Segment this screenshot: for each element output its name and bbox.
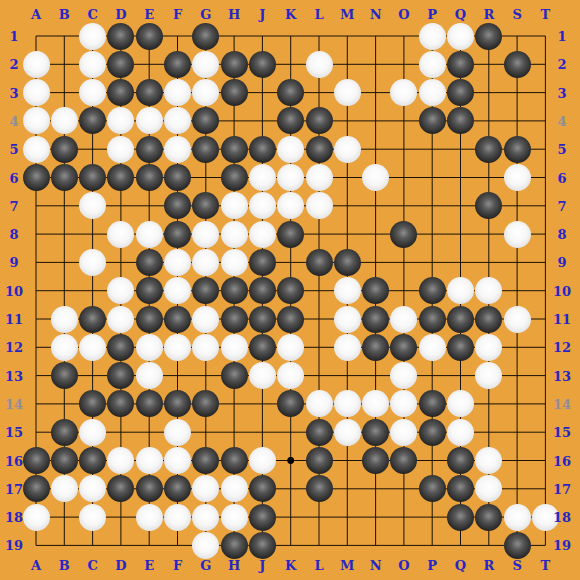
white-stone[interactable]	[51, 107, 78, 134]
white-stone[interactable]	[79, 504, 106, 531]
black-stone[interactable]	[136, 136, 163, 163]
white-stone[interactable]	[390, 306, 417, 333]
white-stone[interactable]	[164, 136, 191, 163]
column-label-bottom: M	[340, 559, 354, 572]
white-stone[interactable]	[164, 419, 191, 446]
black-stone[interactable]	[362, 419, 389, 446]
column-label-bottom: J	[259, 559, 265, 572]
row-label-left: 12	[5, 341, 23, 354]
black-stone[interactable]	[192, 23, 219, 50]
column-label-bottom: C	[87, 559, 97, 572]
black-stone[interactable]	[221, 277, 248, 304]
column-label-top: S	[512, 8, 521, 21]
white-stone[interactable]	[23, 107, 50, 134]
row-label-right: 8	[557, 228, 566, 241]
black-stone[interactable]	[306, 136, 333, 163]
black-stone[interactable]	[221, 51, 248, 78]
black-stone[interactable]	[249, 532, 276, 559]
column-label-bottom: S	[512, 559, 521, 572]
black-stone[interactable]	[504, 136, 531, 163]
row-label-left: 1	[9, 30, 18, 43]
black-stone[interactable]	[79, 164, 106, 191]
white-stone[interactable]	[51, 475, 78, 502]
black-stone[interactable]	[249, 249, 276, 276]
row-label-left: 17	[5, 482, 23, 495]
black-stone[interactable]	[23, 164, 50, 191]
white-stone[interactable]	[249, 221, 276, 248]
white-stone[interactable]	[390, 419, 417, 446]
black-stone[interactable]	[419, 306, 446, 333]
white-stone[interactable]	[334, 390, 361, 417]
white-stone[interactable]	[192, 51, 219, 78]
black-stone[interactable]	[136, 164, 163, 191]
white-stone[interactable]	[136, 362, 163, 389]
column-label-top: P	[427, 8, 437, 21]
black-stone[interactable]	[221, 306, 248, 333]
white-stone[interactable]	[306, 51, 333, 78]
white-stone[interactable]	[221, 334, 248, 361]
column-label-top: C	[87, 8, 97, 21]
black-stone[interactable]	[23, 475, 50, 502]
row-label-left: 11	[5, 313, 23, 326]
black-stone[interactable]	[362, 306, 389, 333]
black-stone[interactable]	[164, 306, 191, 333]
row-label-right: 10	[553, 284, 571, 297]
black-stone[interactable]	[221, 79, 248, 106]
black-stone[interactable]	[79, 447, 106, 474]
black-stone[interactable]	[362, 334, 389, 361]
black-stone[interactable]	[249, 475, 276, 502]
white-stone[interactable]	[79, 419, 106, 446]
row-label-right: 14	[553, 397, 571, 410]
black-stone[interactable]	[447, 79, 474, 106]
white-stone[interactable]	[79, 249, 106, 276]
white-stone[interactable]	[334, 334, 361, 361]
column-label-top: T	[541, 8, 551, 21]
black-stone[interactable]	[107, 334, 134, 361]
white-stone[interactable]	[192, 504, 219, 531]
white-stone[interactable]	[164, 277, 191, 304]
column-label-top: L	[314, 8, 323, 21]
column-label-top: K	[285, 8, 296, 21]
white-stone[interactable]	[192, 221, 219, 248]
white-stone[interactable]	[221, 504, 248, 531]
column-label-bottom: T	[541, 559, 551, 572]
black-stone[interactable]	[390, 334, 417, 361]
white-stone[interactable]	[277, 164, 304, 191]
black-stone[interactable]	[221, 164, 248, 191]
black-stone[interactable]	[504, 51, 531, 78]
row-label-left: 9	[9, 256, 18, 269]
black-stone[interactable]	[164, 221, 191, 248]
white-stone[interactable]	[221, 249, 248, 276]
row-label-right: 3	[557, 86, 566, 99]
black-stone[interactable]	[107, 51, 134, 78]
black-stone[interactable]	[79, 306, 106, 333]
black-stone[interactable]	[249, 306, 276, 333]
white-stone[interactable]	[136, 334, 163, 361]
column-label-bottom: G	[200, 559, 211, 572]
white-stone[interactable]	[221, 475, 248, 502]
row-label-right: 13	[553, 369, 571, 382]
row-label-right: 1	[557, 30, 566, 43]
black-stone[interactable]	[447, 334, 474, 361]
black-stone[interactable]	[136, 390, 163, 417]
white-stone[interactable]	[306, 390, 333, 417]
white-stone[interactable]	[107, 221, 134, 248]
white-stone[interactable]	[277, 136, 304, 163]
white-stone[interactable]	[192, 306, 219, 333]
black-stone[interactable]	[419, 475, 446, 502]
white-stone[interactable]	[136, 221, 163, 248]
column-label-top: H	[228, 8, 240, 21]
white-stone[interactable]	[504, 164, 531, 191]
black-stone[interactable]	[475, 504, 502, 531]
white-stone[interactable]	[249, 164, 276, 191]
black-stone[interactable]	[334, 249, 361, 276]
black-stone[interactable]	[249, 136, 276, 163]
white-stone[interactable]	[51, 306, 78, 333]
column-label-top: Q	[455, 8, 466, 21]
black-stone[interactable]	[306, 475, 333, 502]
white-stone[interactable]	[306, 164, 333, 191]
black-stone[interactable]	[419, 107, 446, 134]
column-label-bottom: A	[31, 559, 41, 572]
column-label-top: B	[59, 8, 70, 21]
row-label-left: 10	[5, 284, 23, 297]
white-stone[interactable]	[419, 23, 446, 50]
white-stone[interactable]	[164, 249, 191, 276]
black-stone[interactable]	[249, 277, 276, 304]
black-stone[interactable]	[306, 419, 333, 446]
column-label-bottom: O	[398, 559, 409, 572]
white-stone[interactable]	[249, 362, 276, 389]
black-stone[interactable]	[419, 419, 446, 446]
white-stone[interactable]	[51, 334, 78, 361]
row-label-right: 11	[553, 313, 571, 326]
column-label-top: J	[259, 8, 265, 21]
white-stone[interactable]	[419, 51, 446, 78]
black-stone[interactable]	[306, 107, 333, 134]
column-label-top: O	[398, 8, 409, 21]
black-stone[interactable]	[164, 51, 191, 78]
column-label-bottom: D	[115, 559, 126, 572]
white-stone[interactable]	[107, 306, 134, 333]
column-label-top: E	[144, 8, 154, 21]
white-stone[interactable]	[192, 334, 219, 361]
go-board[interactable]: AABBCCDDEEFFGGHHJJKKLLMMNNOOPPQQRRSSTT11…	[0, 0, 580, 580]
black-stone[interactable]	[192, 136, 219, 163]
black-stone[interactable]	[249, 504, 276, 531]
white-stone[interactable]	[249, 447, 276, 474]
row-label-left: 19	[5, 539, 23, 552]
white-stone[interactable]	[107, 136, 134, 163]
black-stone[interactable]	[504, 532, 531, 559]
white-stone[interactable]	[504, 306, 531, 333]
row-label-right: 17	[553, 482, 571, 495]
column-label-bottom: N	[370, 559, 382, 572]
column-label-bottom: B	[59, 559, 70, 572]
black-stone[interactable]	[221, 532, 248, 559]
row-label-left: 4	[9, 114, 18, 127]
column-label-top: F	[173, 8, 182, 21]
column-label-top: G	[200, 8, 211, 21]
white-stone[interactable]	[23, 51, 50, 78]
black-stone[interactable]	[475, 306, 502, 333]
row-label-right: 16	[553, 454, 571, 467]
black-stone[interactable]	[447, 504, 474, 531]
white-stone[interactable]	[221, 192, 248, 219]
black-stone[interactable]	[362, 447, 389, 474]
white-stone[interactable]	[136, 504, 163, 531]
white-stone[interactable]	[164, 334, 191, 361]
white-stone[interactable]	[164, 447, 191, 474]
black-stone[interactable]	[51, 419, 78, 446]
white-stone[interactable]	[334, 277, 361, 304]
column-label-top: N	[370, 8, 382, 21]
white-stone[interactable]	[334, 136, 361, 163]
white-stone[interactable]	[79, 23, 106, 50]
column-label-bottom: K	[285, 559, 296, 572]
black-stone[interactable]	[221, 362, 248, 389]
row-label-right: 7	[557, 199, 566, 212]
black-stone[interactable]	[136, 306, 163, 333]
black-stone[interactable]	[51, 447, 78, 474]
white-stone[interactable]	[447, 277, 474, 304]
row-label-left: 18	[5, 511, 23, 524]
row-label-left: 14	[5, 397, 23, 410]
black-stone[interactable]	[136, 23, 163, 50]
black-stone[interactable]	[419, 390, 446, 417]
row-label-left: 8	[9, 228, 18, 241]
column-label-bottom: H	[228, 559, 240, 572]
column-label-top: M	[340, 8, 354, 21]
row-label-left: 5	[9, 143, 18, 156]
white-stone[interactable]	[306, 192, 333, 219]
row-label-right: 6	[557, 171, 566, 184]
row-label-left: 16	[5, 454, 23, 467]
row-label-right: 18	[553, 511, 571, 524]
black-stone[interactable]	[306, 447, 333, 474]
white-stone[interactable]	[334, 306, 361, 333]
column-label-bottom: P	[427, 559, 437, 572]
row-label-left: 6	[9, 171, 18, 184]
column-label-bottom: R	[483, 559, 494, 572]
row-label-left: 13	[5, 369, 23, 382]
column-label-bottom: L	[314, 559, 323, 572]
white-stone[interactable]	[475, 334, 502, 361]
black-stone[interactable]	[136, 79, 163, 106]
white-stone[interactable]	[79, 51, 106, 78]
black-stone[interactable]	[23, 447, 50, 474]
black-stone[interactable]	[249, 334, 276, 361]
black-stone[interactable]	[475, 136, 502, 163]
black-stone[interactable]	[475, 23, 502, 50]
white-stone[interactable]	[447, 23, 474, 50]
column-label-bottom: F	[173, 559, 182, 572]
black-stone[interactable]	[221, 447, 248, 474]
white-stone[interactable]	[419, 334, 446, 361]
black-stone[interactable]	[107, 23, 134, 50]
black-stone[interactable]	[249, 51, 276, 78]
white-stone[interactable]	[447, 419, 474, 446]
white-stone[interactable]	[504, 221, 531, 248]
white-stone[interactable]	[362, 164, 389, 191]
black-stone[interactable]	[136, 475, 163, 502]
column-label-top: A	[31, 8, 41, 21]
column-label-top: R	[483, 8, 494, 21]
white-stone[interactable]	[334, 419, 361, 446]
white-stone[interactable]	[136, 447, 163, 474]
white-stone[interactable]	[192, 532, 219, 559]
white-stone[interactable]	[23, 136, 50, 163]
row-label-left: 7	[9, 199, 18, 212]
row-label-right: 5	[557, 143, 566, 156]
row-label-right: 12	[553, 341, 571, 354]
white-stone[interactable]	[277, 334, 304, 361]
white-stone[interactable]	[79, 79, 106, 106]
black-stone[interactable]	[447, 306, 474, 333]
white-stone[interactable]	[249, 192, 276, 219]
white-stone[interactable]	[221, 221, 248, 248]
black-stone[interactable]	[419, 277, 446, 304]
row-label-right: 9	[557, 256, 566, 269]
white-stone[interactable]	[192, 249, 219, 276]
row-label-right: 2	[557, 58, 566, 71]
row-label-right: 15	[553, 426, 571, 439]
white-stone[interactable]	[164, 504, 191, 531]
white-stone[interactable]	[23, 504, 50, 531]
row-label-left: 3	[9, 86, 18, 99]
black-stone[interactable]	[164, 164, 191, 191]
white-stone[interactable]	[419, 79, 446, 106]
black-stone[interactable]	[277, 221, 304, 248]
white-stone[interactable]	[164, 79, 191, 106]
black-stone[interactable]	[51, 362, 78, 389]
white-stone[interactable]	[334, 79, 361, 106]
black-stone[interactable]	[221, 136, 248, 163]
column-label-top: D	[115, 8, 126, 21]
column-label-bottom: E	[144, 559, 154, 572]
black-stone[interactable]	[136, 277, 163, 304]
white-stone[interactable]	[79, 334, 106, 361]
row-label-right: 4	[557, 114, 566, 127]
black-stone[interactable]	[51, 136, 78, 163]
white-stone[interactable]	[504, 504, 531, 531]
black-stone[interactable]	[136, 249, 163, 276]
white-stone[interactable]	[23, 79, 50, 106]
black-stone[interactable]	[447, 51, 474, 78]
black-stone[interactable]	[277, 306, 304, 333]
column-label-bottom: Q	[455, 559, 466, 572]
row-label-right: 19	[553, 539, 571, 552]
black-stone[interactable]	[390, 221, 417, 248]
white-stone[interactable]	[136, 107, 163, 134]
black-stone[interactable]	[51, 164, 78, 191]
black-stone[interactable]	[447, 447, 474, 474]
row-label-left: 15	[5, 426, 23, 439]
row-label-left: 2	[9, 58, 18, 71]
black-stone[interactable]	[306, 249, 333, 276]
